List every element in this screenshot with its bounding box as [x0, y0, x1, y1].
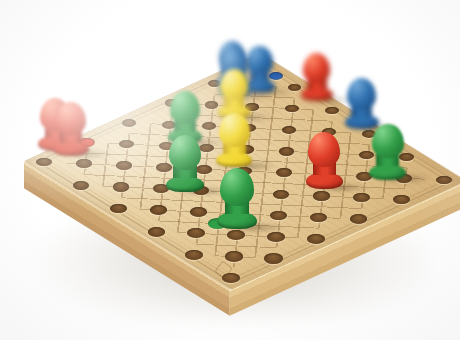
peg-head — [169, 135, 201, 170]
peg-base — [306, 173, 344, 188]
board-hole[interactable] — [270, 211, 287, 221]
peg-base — [53, 141, 88, 155]
peg-head — [170, 91, 200, 123]
peg-blue-4[interactable] — [345, 78, 379, 129]
peg-red-3[interactable] — [301, 53, 333, 101]
peg-green-2[interactable] — [166, 135, 204, 192]
board-hole[interactable] — [264, 253, 282, 263]
peg-head — [347, 78, 376, 110]
peg-head — [303, 53, 330, 83]
peg-head — [220, 69, 248, 100]
board-hole[interactable] — [325, 107, 339, 115]
board-hole[interactable] — [225, 251, 243, 261]
peg-base — [216, 153, 252, 168]
peg-base — [369, 165, 406, 180]
board-hole[interactable] — [150, 205, 167, 214]
peg-head — [56, 102, 86, 135]
board-hole[interactable] — [116, 161, 131, 170]
peg-head — [220, 168, 255, 206]
peg-yellow-2[interactable] — [216, 113, 252, 168]
peg-red-4[interactable] — [306, 132, 344, 189]
board-hole[interactable] — [267, 232, 285, 242]
board-hole[interactable] — [36, 158, 51, 167]
peg-head — [372, 124, 404, 159]
board-hole[interactable] — [185, 250, 203, 260]
board-hole[interactable] — [436, 176, 452, 185]
board-hole[interactable] — [350, 214, 367, 224]
peg-yellow-1[interactable] — [218, 69, 251, 119]
board-hole[interactable] — [282, 126, 296, 134]
peg-red-2[interactable] — [53, 102, 88, 156]
board-hole[interactable] — [113, 182, 129, 191]
board-hole[interactable] — [73, 181, 89, 190]
board-hole[interactable] — [187, 228, 204, 238]
board-hole[interactable] — [122, 119, 136, 127]
board-hole[interactable] — [285, 105, 298, 113]
board-hole[interactable] — [110, 204, 127, 213]
board-hole[interactable] — [205, 101, 218, 109]
peg-base — [166, 177, 204, 192]
peg-green-4[interactable] — [369, 124, 406, 180]
board-hole[interactable] — [310, 213, 327, 223]
board-hole[interactable] — [276, 168, 292, 177]
board-hole[interactable] — [190, 207, 207, 216]
peg-base — [301, 88, 333, 101]
peg-green-3[interactable] — [217, 168, 257, 229]
board-hole[interactable] — [202, 122, 216, 130]
photo-scene — [0, 0, 460, 340]
board-hole[interactable] — [119, 140, 134, 148]
board-hole[interactable] — [393, 195, 409, 204]
board-hole[interactable] — [148, 227, 165, 237]
board-hole[interactable] — [307, 234, 325, 244]
board-hole[interactable] — [279, 147, 294, 155]
board-hole[interactable] — [273, 190, 289, 199]
peg-head — [308, 132, 340, 167]
board-hole[interactable] — [76, 159, 91, 168]
board-hole[interactable] — [313, 191, 329, 200]
board-hole[interactable] — [353, 193, 369, 202]
peg-base — [217, 212, 257, 228]
peg-head — [219, 113, 250, 147]
board-overlay — [0, 0, 460, 340]
